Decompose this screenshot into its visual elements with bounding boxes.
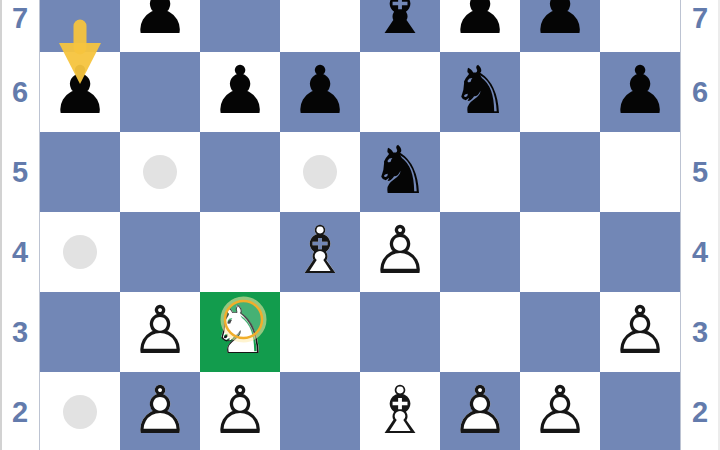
rank-label-left-7: 7 xyxy=(0,4,40,33)
chess-board-screen: 765432 ♟♝♟♟♟♟♟♞♟♞♝♗♟♙♟♙♞♘♟♙♟♙♟♙♝♗♟♙♟♙ 76… xyxy=(0,0,720,450)
black-pawn-a6: ♟ xyxy=(40,52,120,132)
square-b6[interactable] xyxy=(120,52,200,132)
square-b5[interactable] xyxy=(120,132,200,212)
square-h4[interactable] xyxy=(600,212,680,292)
square-e7[interactable]: ♝ xyxy=(360,0,440,52)
square-d3[interactable] xyxy=(280,292,360,372)
square-d2[interactable] xyxy=(280,372,360,450)
square-c4[interactable] xyxy=(200,212,280,292)
square-f4[interactable] xyxy=(440,212,520,292)
black-pawn-b7: ♟ xyxy=(120,0,200,52)
square-b7[interactable]: ♟ xyxy=(120,0,200,52)
square-f5[interactable] xyxy=(440,132,520,212)
move-hint-dot-a4[interactable] xyxy=(63,235,97,269)
white-bishop-e2: ♝♗ xyxy=(360,372,440,450)
square-a7[interactable] xyxy=(40,0,120,52)
square-a4[interactable] xyxy=(40,212,120,292)
square-h3[interactable]: ♟♙ xyxy=(600,292,680,372)
white-pawn-c2: ♟♙ xyxy=(200,372,280,450)
square-h6[interactable]: ♟ xyxy=(600,52,680,132)
move-hint-dot-b5[interactable] xyxy=(143,155,177,189)
square-d6[interactable]: ♟ xyxy=(280,52,360,132)
square-d5[interactable] xyxy=(280,132,360,212)
square-e5[interactable]: ♞ xyxy=(360,132,440,212)
square-b4[interactable] xyxy=(120,212,200,292)
square-a3[interactable] xyxy=(40,292,120,372)
black-knight-e5: ♞ xyxy=(360,132,440,212)
square-b2[interactable]: ♟♙ xyxy=(120,372,200,450)
rank-label-right-3: 3 xyxy=(680,318,720,347)
square-c2[interactable]: ♟♙ xyxy=(200,372,280,450)
square-g3[interactable] xyxy=(520,292,600,372)
square-f3[interactable] xyxy=(440,292,520,372)
square-g4[interactable] xyxy=(520,212,600,292)
square-e6[interactable] xyxy=(360,52,440,132)
square-e2[interactable]: ♝♗ xyxy=(360,372,440,450)
square-a2[interactable] xyxy=(40,372,120,450)
chess-board[interactable]: ♟♝♟♟♟♟♟♞♟♞♝♗♟♙♟♙♞♘♟♙♟♙♟♙♝♗♟♙♟♙ xyxy=(40,0,680,450)
square-d4[interactable]: ♝♗ xyxy=(280,212,360,292)
square-a6[interactable]: ♟ xyxy=(40,52,120,132)
white-pawn-b2: ♟♙ xyxy=(120,372,200,450)
black-bishop-e7: ♝ xyxy=(360,0,440,52)
square-b3[interactable]: ♟♙ xyxy=(120,292,200,372)
rank-label-left-3: 3 xyxy=(0,318,40,347)
square-a5[interactable] xyxy=(40,132,120,212)
rank-label-right-5: 5 xyxy=(680,158,720,187)
black-pawn-h6: ♟ xyxy=(600,52,680,132)
square-h5[interactable] xyxy=(600,132,680,212)
move-hint-dot-a2[interactable] xyxy=(63,395,97,429)
black-pawn-f7: ♟ xyxy=(440,0,520,52)
rank-label-right-6: 6 xyxy=(680,78,720,107)
square-c6[interactable]: ♟ xyxy=(200,52,280,132)
square-h2[interactable] xyxy=(600,372,680,450)
white-knight-c3: ♞♘ xyxy=(200,292,280,372)
square-f6[interactable]: ♞ xyxy=(440,52,520,132)
square-f7[interactable]: ♟ xyxy=(440,0,520,52)
square-g6[interactable] xyxy=(520,52,600,132)
square-g5[interactable] xyxy=(520,132,600,212)
rank-label-left-6: 6 xyxy=(0,78,40,107)
rank-label-left-2: 2 xyxy=(0,398,40,427)
move-hint-dot-d5[interactable] xyxy=(303,155,337,189)
white-bishop-d4: ♝♗ xyxy=(280,212,360,292)
square-c5[interactable] xyxy=(200,132,280,212)
rank-label-right-7: 7 xyxy=(680,4,720,33)
black-pawn-c6: ♟ xyxy=(200,52,280,132)
white-pawn-g2: ♟♙ xyxy=(520,372,600,450)
black-knight-f6: ♞ xyxy=(440,52,520,132)
rank-label-right-2: 2 xyxy=(680,398,720,427)
white-pawn-b3: ♟♙ xyxy=(120,292,200,372)
square-h7[interactable] xyxy=(600,0,680,52)
square-f2[interactable]: ♟♙ xyxy=(440,372,520,450)
square-c3[interactable]: ♞♘ xyxy=(200,292,280,372)
square-c7[interactable] xyxy=(200,0,280,52)
white-pawn-f2: ♟♙ xyxy=(440,372,520,450)
square-g2[interactable]: ♟♙ xyxy=(520,372,600,450)
rank-label-right-4: 4 xyxy=(680,238,720,267)
black-pawn-d6: ♟ xyxy=(280,52,360,132)
square-e3[interactable] xyxy=(360,292,440,372)
black-pawn-g7: ♟ xyxy=(520,0,600,52)
white-pawn-h3: ♟♙ xyxy=(600,292,680,372)
rank-label-left-4: 4 xyxy=(0,238,40,267)
square-d7[interactable] xyxy=(280,0,360,52)
square-g7[interactable]: ♟ xyxy=(520,0,600,52)
square-e4[interactable]: ♟♙ xyxy=(360,212,440,292)
rank-label-left-5: 5 xyxy=(0,158,40,187)
white-pawn-e4: ♟♙ xyxy=(360,212,440,292)
